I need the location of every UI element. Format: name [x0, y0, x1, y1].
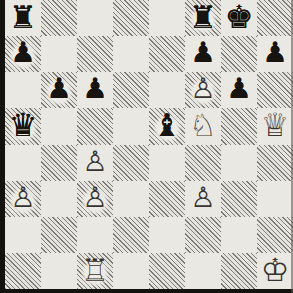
square-h3 [257, 181, 293, 217]
board-border-right [291, 0, 293, 293]
square-g5 [221, 108, 257, 144]
square-b7 [41, 36, 77, 72]
square-d7 [113, 36, 149, 72]
white-pawn: ♙ [190, 181, 215, 216]
square-a8: ♜ [5, 0, 41, 36]
square-d4 [113, 145, 149, 181]
square-g4 [221, 145, 257, 181]
square-e8 [149, 0, 185, 36]
square-g1 [221, 253, 257, 289]
square-a5: ♛ [5, 108, 41, 144]
black-pawn: ♟ [10, 36, 35, 71]
square-d6 [113, 72, 149, 108]
white-king: ♔ [261, 253, 290, 288]
black-bishop: ♝ [153, 108, 181, 143]
white-rook: ♖ [81, 253, 109, 288]
square-c1: ♖ [77, 253, 113, 289]
square-g7 [221, 36, 257, 72]
square-c4: ♙ [77, 145, 113, 181]
square-a3: ♙ [5, 181, 41, 217]
square-f2 [185, 217, 221, 253]
square-b8 [41, 0, 77, 36]
square-a4 [5, 145, 41, 181]
square-b2 [41, 217, 77, 253]
square-e1 [149, 253, 185, 289]
square-f4 [185, 145, 221, 181]
square-b1 [41, 253, 77, 289]
square-c3: ♙ [77, 181, 113, 217]
black-rook: ♜ [9, 0, 37, 35]
square-g8: ♚ [221, 0, 257, 36]
square-e6 [149, 72, 185, 108]
square-c2 [77, 217, 113, 253]
square-f8: ♜ [185, 0, 221, 36]
white-pawn: ♙ [82, 181, 107, 216]
square-a1 [5, 253, 41, 289]
white-queen: ♕ [261, 108, 290, 143]
black-pawn: ♟ [226, 72, 251, 107]
black-rook: ♜ [189, 0, 217, 35]
square-g2 [221, 217, 257, 253]
square-b5 [41, 108, 77, 144]
square-f6: ♙ [185, 72, 221, 108]
square-d2 [113, 217, 149, 253]
square-a2 [5, 217, 41, 253]
square-e4 [149, 145, 185, 181]
square-c5 [77, 108, 113, 144]
square-h2 [257, 217, 293, 253]
square-e2 [149, 217, 185, 253]
square-d1 [113, 253, 149, 289]
square-f7: ♟ [185, 36, 221, 72]
square-h5: ♕ [257, 108, 293, 144]
square-f3: ♙ [185, 181, 221, 217]
white-pawn: ♙ [190, 72, 215, 107]
square-a7: ♟ [5, 36, 41, 72]
white-knight: ♘ [189, 108, 217, 143]
square-d5 [113, 108, 149, 144]
square-h1: ♔ [257, 253, 293, 289]
square-a6 [5, 72, 41, 108]
board-border-left [0, 0, 5, 293]
black-pawn: ♟ [46, 72, 71, 107]
square-h4 [257, 145, 293, 181]
square-c7 [77, 36, 113, 72]
square-b4 [41, 145, 77, 181]
square-d3 [113, 181, 149, 217]
board-border-bottom [0, 289, 293, 293]
square-g6: ♟ [221, 72, 257, 108]
black-king: ♚ [225, 0, 254, 35]
black-pawn: ♟ [190, 36, 215, 71]
square-c8 [77, 0, 113, 36]
black-pawn: ♟ [82, 72, 107, 107]
square-e7 [149, 36, 185, 72]
square-h8 [257, 0, 293, 36]
square-h6 [257, 72, 293, 108]
black-queen: ♛ [9, 108, 38, 143]
square-e3 [149, 181, 185, 217]
chess-diagram: ♜♜♚♟♟♟♟♟♙♟♛♝♘♕♙♙♙♙♖♔ [0, 0, 293, 293]
black-pawn: ♟ [262, 36, 287, 71]
square-b6: ♟ [41, 72, 77, 108]
square-g3 [221, 181, 257, 217]
square-f5: ♘ [185, 108, 221, 144]
square-d8 [113, 0, 149, 36]
white-pawn: ♙ [10, 181, 35, 216]
square-e5: ♝ [149, 108, 185, 144]
square-f1 [185, 253, 221, 289]
square-h7: ♟ [257, 36, 293, 72]
chess-board: ♜♜♚♟♟♟♟♟♙♟♛♝♘♕♙♙♙♙♖♔ [5, 0, 293, 289]
white-pawn: ♙ [82, 145, 107, 180]
square-b3 [41, 181, 77, 217]
square-c6: ♟ [77, 72, 113, 108]
